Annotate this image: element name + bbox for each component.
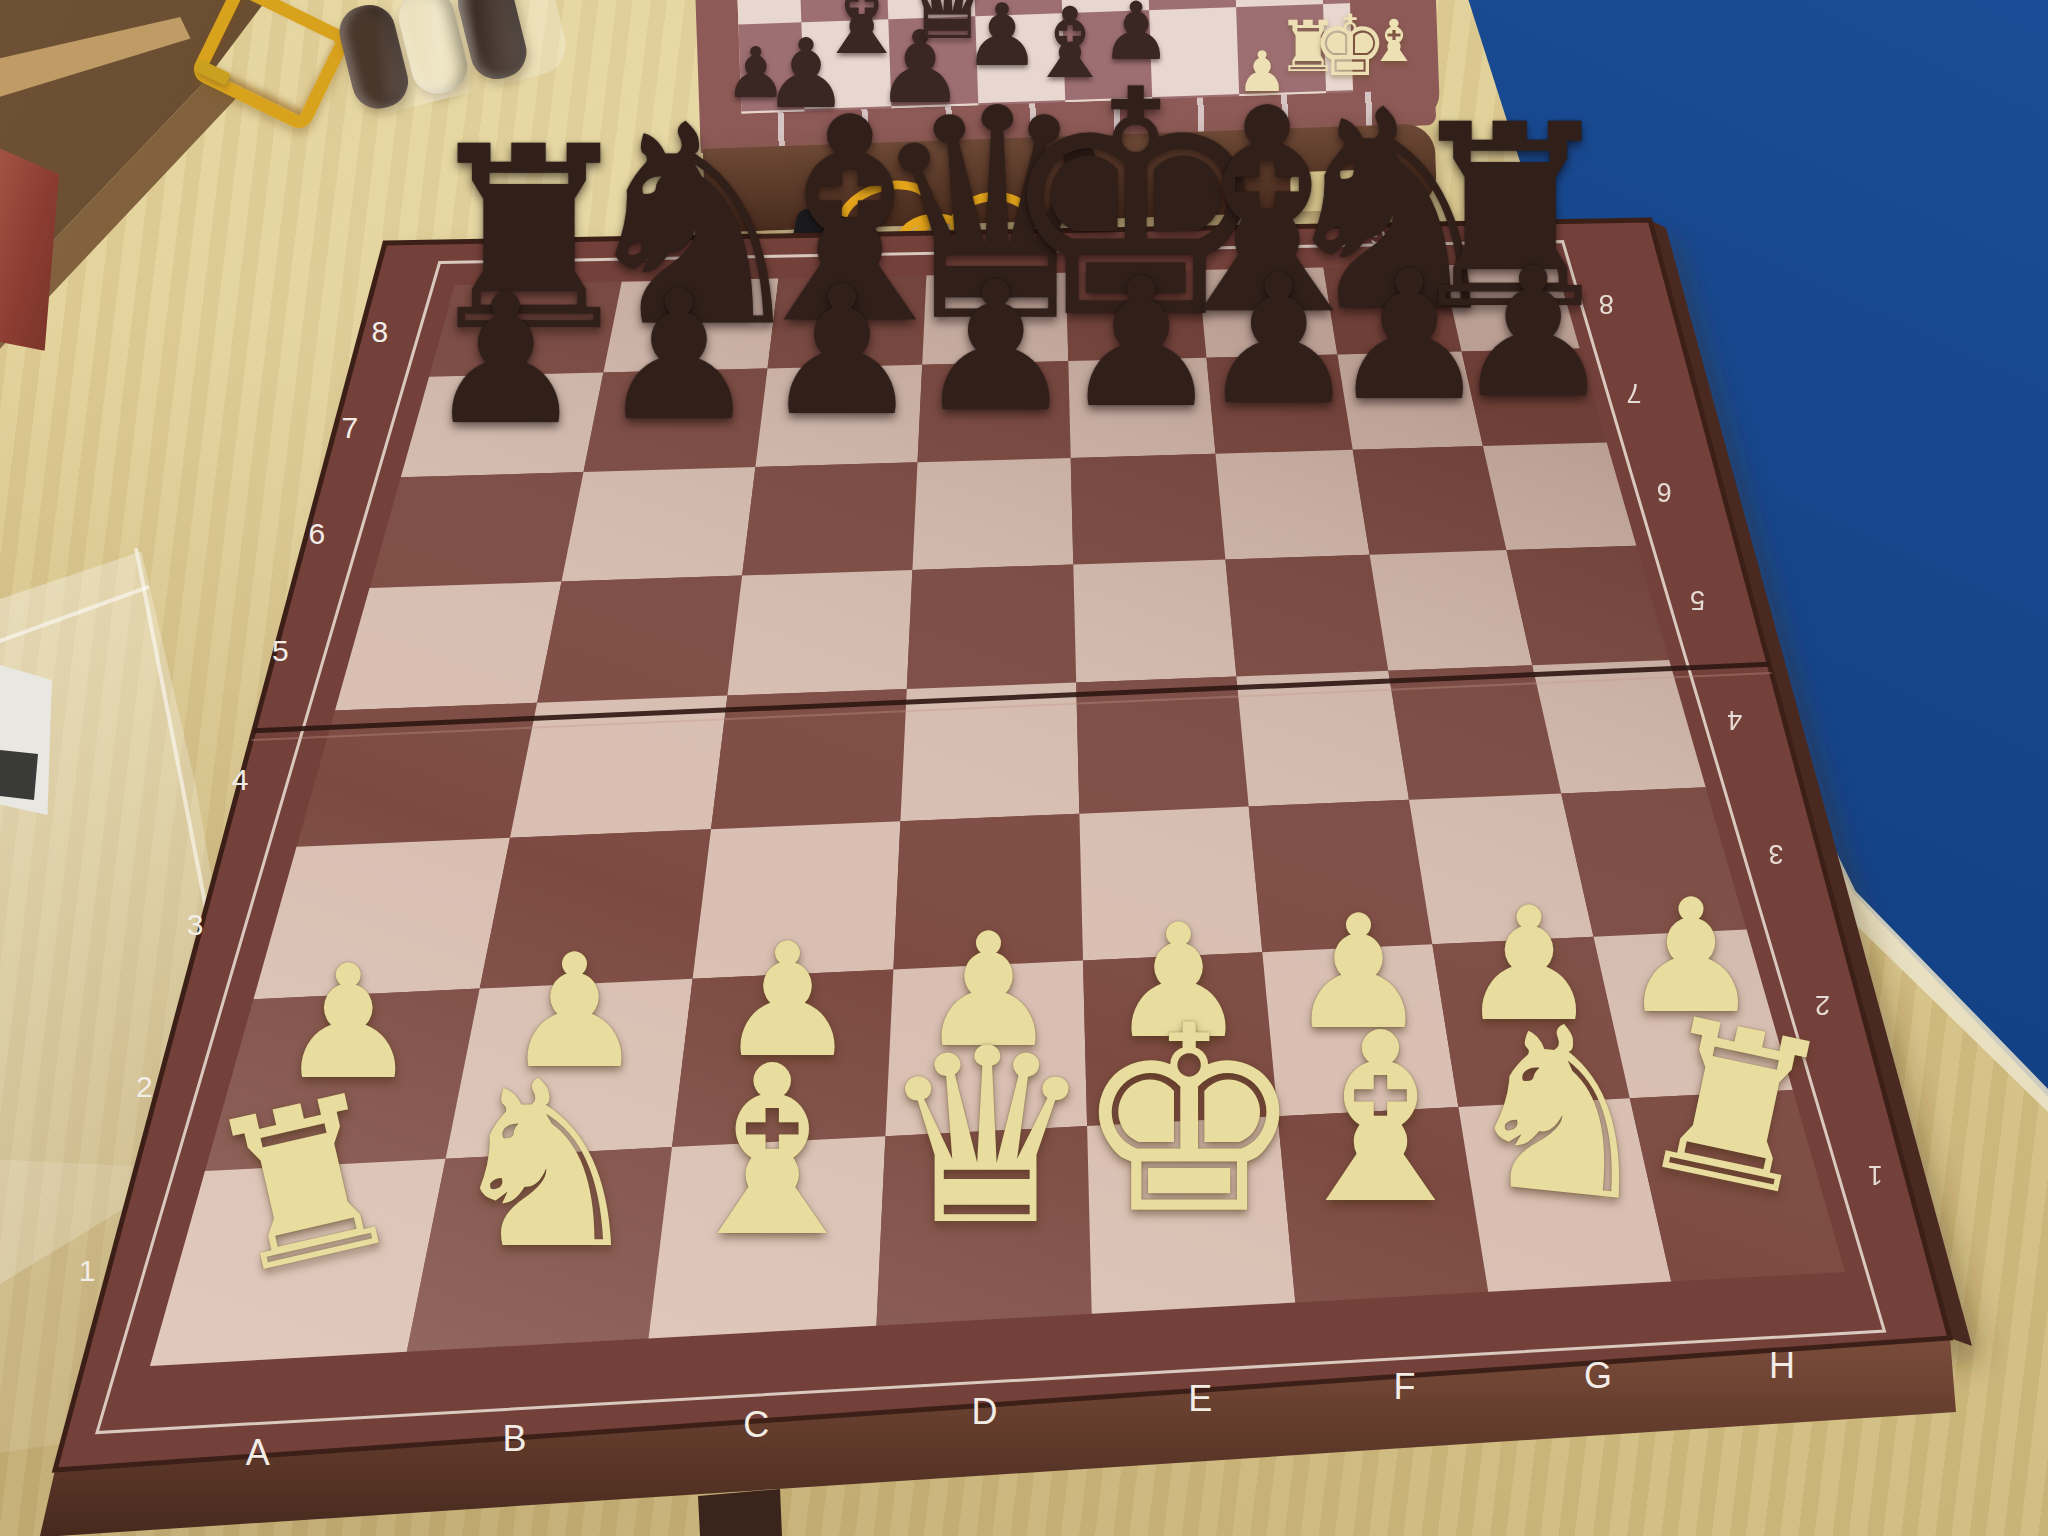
file-label-bottom-A: A [246, 1432, 270, 1473]
file-label-bottom-G: G [1584, 1355, 1612, 1396]
piece-black-pawn-a7[interactable]: ♟ [426, 271, 586, 450]
file-label-bottom-F: F [1394, 1366, 1416, 1407]
file-label-bottom-D: D [972, 1391, 998, 1432]
photo-scene: ♟♝♟♛♟♝♟♟♟♜♚♝ AABBCCDDEEFFGGHH11223344556… [0, 0, 2048, 1536]
piece-black-pawn-d7[interactable]: ♟ [915, 258, 1075, 437]
board-latch-tab [698, 1489, 782, 1536]
rank-label-right-5: 5 [1690, 585, 1705, 615]
rank-label-left-1: 1 [79, 1254, 96, 1287]
rank-label-left-2: 2 [136, 1070, 153, 1103]
rank-label-left-8: 8 [371, 315, 388, 348]
piece-white-king-e1[interactable]: ♚ [1073, 992, 1304, 1250]
rank-label-right-3: 3 [1769, 839, 1784, 869]
file-label-bottom-E: E [1188, 1378, 1212, 1419]
rank-label-left-4: 4 [232, 763, 249, 796]
rank-label-right-6: 6 [1657, 477, 1672, 507]
piece-white-knight-b1[interactable]: ♞ [443, 1051, 648, 1280]
piece-white-bishop-c1[interactable]: ♝ [668, 1035, 878, 1269]
rank-label-left-5: 5 [272, 634, 289, 667]
rank-label-left-7: 7 [341, 411, 358, 444]
piece-black-pawn-e7[interactable]: ♟ [1061, 254, 1221, 433]
piece-black-pawn-b7[interactable]: ♟ [599, 267, 759, 446]
rank-label-left-3: 3 [187, 908, 204, 941]
rank-label-right-7: 7 [1626, 378, 1641, 408]
piece-black-pawn-c7[interactable]: ♟ [762, 262, 922, 441]
file-label-bottom-H: H [1769, 1345, 1795, 1386]
file-label-bottom-B: B [502, 1418, 526, 1459]
rank-label-left-6: 6 [308, 517, 325, 550]
rank-label-right-4: 4 [1727, 705, 1742, 735]
file-label-bottom-C: C [743, 1404, 769, 1445]
piece-white-queen-d1[interactable]: ♛ [878, 1017, 1095, 1259]
piece-black-pawn-h7[interactable]: ♟ [1453, 244, 1613, 423]
rank-label-right-1: 1 [1868, 1160, 1883, 1190]
